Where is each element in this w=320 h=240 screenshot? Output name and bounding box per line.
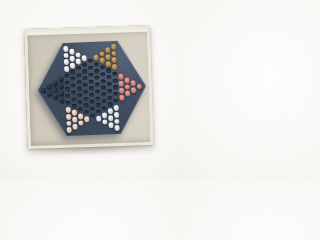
- marble-coral[interactable]: [119, 94, 125, 100]
- marble-brass-gold[interactable]: [105, 61, 111, 67]
- board-hole[interactable]: [101, 79, 106, 84]
- board-hole[interactable]: [66, 101, 71, 106]
- marble-pale-blue[interactable]: [108, 122, 114, 128]
- marble-navy[interactable]: [59, 97, 65, 103]
- board-hole[interactable]: [70, 70, 75, 75]
- board-hole[interactable]: [78, 107, 83, 112]
- board-hole[interactable]: [84, 103, 89, 108]
- marble-blush-pink[interactable]: [65, 107, 71, 113]
- board-hole[interactable]: [72, 97, 77, 102]
- board-hole[interactable]: [77, 80, 82, 85]
- board-hole[interactable]: [90, 107, 95, 112]
- marble-brass-gold[interactable]: [105, 54, 111, 60]
- marble-pale-blue[interactable]: [113, 105, 119, 111]
- board-hole[interactable]: [89, 86, 94, 91]
- board-hole[interactable]: [107, 82, 112, 87]
- board-hole[interactable]: [101, 72, 106, 77]
- board-hole[interactable]: [95, 83, 100, 88]
- marble-brass-gold[interactable]: [111, 44, 117, 50]
- marble-silver-white[interactable]: [63, 46, 69, 52]
- board-hole[interactable]: [94, 62, 99, 67]
- board-hole[interactable]: [113, 78, 118, 83]
- board-hole[interactable]: [96, 96, 101, 101]
- marble-silver-white[interactable]: [81, 55, 87, 61]
- board-hole[interactable]: [89, 79, 94, 84]
- marble-navy[interactable]: [59, 90, 65, 96]
- marble-coral[interactable]: [119, 88, 125, 94]
- board: [0, 0, 180, 180]
- marble-silver-white[interactable]: [69, 56, 75, 62]
- marble-coral[interactable]: [131, 87, 137, 93]
- marble-pale-blue[interactable]: [114, 112, 120, 118]
- board-hole[interactable]: [100, 65, 105, 70]
- scene: [0, 0, 180, 180]
- board-hole[interactable]: [96, 103, 101, 108]
- board-hole[interactable]: [108, 96, 113, 101]
- marble-blush-pink[interactable]: [78, 113, 84, 119]
- board-hole[interactable]: [65, 74, 70, 79]
- board-hole[interactable]: [102, 106, 107, 111]
- marble-blush-pink[interactable]: [66, 114, 72, 120]
- board-hole[interactable]: [107, 89, 112, 94]
- board-hole[interactable]: [108, 102, 113, 107]
- board-hole[interactable]: [65, 80, 70, 85]
- board-hole[interactable]: [114, 99, 119, 104]
- board-hole[interactable]: [94, 69, 99, 74]
- marble-pale-blue[interactable]: [102, 112, 108, 118]
- marble-navy[interactable]: [52, 80, 58, 86]
- marble-silver-white[interactable]: [70, 62, 76, 68]
- board-hole[interactable]: [82, 69, 87, 74]
- board-hole[interactable]: [83, 90, 88, 95]
- board-hole[interactable]: [77, 73, 82, 78]
- board-hole[interactable]: [106, 68, 111, 73]
- marble-brass-gold[interactable]: [93, 55, 99, 61]
- board-hole[interactable]: [95, 89, 100, 94]
- marble-coral[interactable]: [124, 77, 130, 83]
- board-hole[interactable]: [101, 86, 106, 91]
- board-hole[interactable]: [113, 72, 118, 77]
- board-hole[interactable]: [88, 66, 93, 71]
- marble-blush-pink[interactable]: [72, 124, 78, 130]
- board-hole[interactable]: [72, 104, 77, 109]
- board-hole[interactable]: [113, 85, 118, 90]
- board-hole[interactable]: [71, 90, 76, 95]
- board-hole[interactable]: [78, 100, 83, 105]
- board-hole[interactable]: [102, 99, 107, 104]
- board-hole[interactable]: [90, 100, 95, 105]
- board-hole[interactable]: [82, 63, 87, 68]
- board-hole[interactable]: [84, 97, 89, 102]
- board-hole[interactable]: [90, 113, 95, 118]
- marble-navy[interactable]: [47, 91, 53, 97]
- board-hole[interactable]: [65, 87, 70, 92]
- board-hole[interactable]: [76, 66, 81, 71]
- board-hole[interactable]: [71, 84, 76, 89]
- board-hole[interactable]: [89, 73, 94, 78]
- board-hole[interactable]: [83, 83, 88, 88]
- board-hole[interactable]: [77, 87, 82, 92]
